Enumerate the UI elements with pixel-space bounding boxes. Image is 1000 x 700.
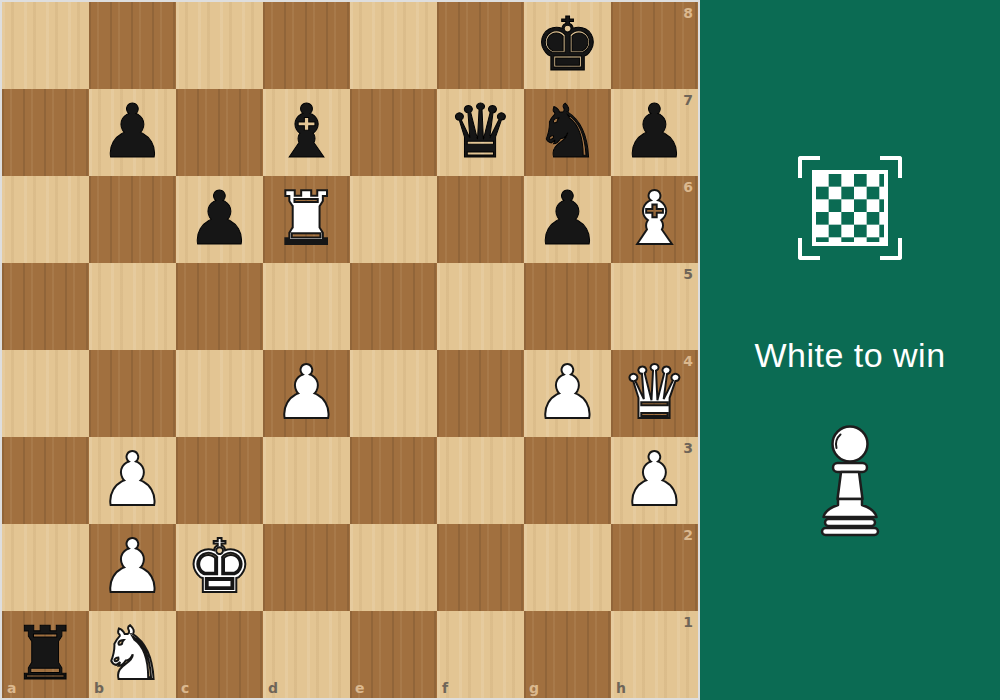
square-g4[interactable]: ♟ xyxy=(524,350,611,437)
piece-black-pawn-b7[interactable]: ♟ xyxy=(99,94,165,168)
piece-black-rook-a1[interactable]: ♜ xyxy=(12,616,78,690)
file-label-f: f xyxy=(442,681,448,695)
square-b2[interactable]: ♟ xyxy=(89,524,176,611)
piece-white-pawn-b3[interactable]: ♟ xyxy=(99,442,165,516)
square-b8[interactable] xyxy=(89,2,176,89)
square-h2[interactable]: 2 xyxy=(611,524,698,611)
piece-white-pawn-g4[interactable]: ♟ xyxy=(534,355,600,429)
square-f7[interactable]: ♛ xyxy=(437,89,524,176)
rank-label-2: 2 xyxy=(683,528,693,542)
square-g7[interactable]: ♞ xyxy=(524,89,611,176)
square-f1[interactable]: f xyxy=(437,611,524,698)
square-b5[interactable] xyxy=(89,263,176,350)
square-g8[interactable]: ♚ xyxy=(524,2,611,89)
piece-white-king-c2[interactable]: ♚ xyxy=(186,529,252,603)
square-g2[interactable] xyxy=(524,524,611,611)
square-f6[interactable] xyxy=(437,176,524,263)
square-h7[interactable]: 7♟ xyxy=(611,89,698,176)
white-pawn-icon xyxy=(816,419,884,541)
square-b6[interactable] xyxy=(89,176,176,263)
square-f4[interactable] xyxy=(437,350,524,437)
square-c6[interactable]: ♟ xyxy=(176,176,263,263)
piece-white-pawn-d4[interactable]: ♟ xyxy=(273,355,339,429)
square-a1[interactable]: a♜ xyxy=(2,611,89,698)
piece-white-rook-d6[interactable]: ♜ xyxy=(273,181,339,255)
square-d2[interactable] xyxy=(263,524,350,611)
rank-label-1: 1 xyxy=(683,615,693,629)
file-label-c: c xyxy=(181,681,189,695)
piece-black-knight-g7[interactable]: ♞ xyxy=(534,94,600,168)
square-a7[interactable] xyxy=(2,89,89,176)
square-e3[interactable] xyxy=(350,437,437,524)
piece-white-pawn-b2[interactable]: ♟ xyxy=(99,529,165,603)
rank-label-8: 8 xyxy=(683,6,693,20)
piece-black-bishop-d7[interactable]: ♝ xyxy=(273,94,339,168)
square-e5[interactable] xyxy=(350,263,437,350)
square-d7[interactable]: ♝ xyxy=(263,89,350,176)
square-e8[interactable] xyxy=(350,2,437,89)
piece-black-queen-f7[interactable]: ♛ xyxy=(447,94,513,168)
square-f2[interactable] xyxy=(437,524,524,611)
square-c1[interactable]: c xyxy=(176,611,263,698)
puzzle-caption: White to win xyxy=(754,336,945,375)
piece-black-king-g8[interactable]: ♚ xyxy=(534,7,600,81)
square-h1[interactable]: 1h xyxy=(611,611,698,698)
square-e2[interactable] xyxy=(350,524,437,611)
square-e1[interactable]: e xyxy=(350,611,437,698)
square-h5[interactable]: 5 xyxy=(611,263,698,350)
file-label-e: e xyxy=(355,681,365,695)
piece-white-knight-b1[interactable]: ♞ xyxy=(99,616,165,690)
square-c4[interactable] xyxy=(176,350,263,437)
square-e4[interactable] xyxy=(350,350,437,437)
square-f3[interactable] xyxy=(437,437,524,524)
scan-corner-icon xyxy=(798,156,820,178)
chess-board-container: ♚8♟♝♛♞7♟♟♜♟6♝5♟♟4♛♟3♟♟♚2a♜b♞cdefg1h xyxy=(0,0,700,700)
square-f5[interactable] xyxy=(437,263,524,350)
square-h8[interactable]: 8 xyxy=(611,2,698,89)
square-h3[interactable]: 3♟ xyxy=(611,437,698,524)
piece-white-pawn-h3[interactable]: ♟ xyxy=(621,442,687,516)
square-c3[interactable] xyxy=(176,437,263,524)
side-panel: White to win xyxy=(700,0,1000,700)
square-d8[interactable] xyxy=(263,2,350,89)
square-d1[interactable]: d xyxy=(263,611,350,698)
chess-board[interactable]: ♚8♟♝♛♞7♟♟♜♟6♝5♟♟4♛♟3♟♟♚2a♜b♞cdefg1h xyxy=(2,2,698,698)
square-b4[interactable] xyxy=(89,350,176,437)
square-b3[interactable]: ♟ xyxy=(89,437,176,524)
square-b7[interactable]: ♟ xyxy=(89,89,176,176)
square-f8[interactable] xyxy=(437,2,524,89)
square-g3[interactable] xyxy=(524,437,611,524)
square-g1[interactable]: g xyxy=(524,611,611,698)
file-label-d: d xyxy=(268,681,278,695)
rank-label-5: 5 xyxy=(683,267,693,281)
square-c8[interactable] xyxy=(176,2,263,89)
square-d4[interactable]: ♟ xyxy=(263,350,350,437)
board-scan-icon xyxy=(798,156,902,260)
square-a6[interactable] xyxy=(2,176,89,263)
scan-corner-icon xyxy=(880,238,902,260)
piece-black-pawn-g6[interactable]: ♟ xyxy=(534,181,600,255)
piece-white-bishop-h6[interactable]: ♝ xyxy=(621,181,687,255)
square-c2[interactable]: ♚ xyxy=(176,524,263,611)
square-d6[interactable]: ♜ xyxy=(263,176,350,263)
file-label-h: h xyxy=(616,681,626,695)
square-d3[interactable] xyxy=(263,437,350,524)
file-label-g: g xyxy=(529,681,539,695)
scan-corner-icon xyxy=(798,238,820,260)
square-b1[interactable]: b♞ xyxy=(89,611,176,698)
scan-corner-icon xyxy=(880,156,902,178)
square-a2[interactable] xyxy=(2,524,89,611)
piece-white-queen-h4[interactable]: ♛ xyxy=(621,355,687,429)
square-a8[interactable] xyxy=(2,2,89,89)
square-h6[interactable]: 6♝ xyxy=(611,176,698,263)
square-c7[interactable] xyxy=(176,89,263,176)
square-g5[interactable] xyxy=(524,263,611,350)
checkerboard-pattern-icon xyxy=(812,170,888,246)
square-e7[interactable] xyxy=(350,89,437,176)
square-d5[interactable] xyxy=(263,263,350,350)
piece-black-pawn-h7[interactable]: ♟ xyxy=(621,94,687,168)
square-c5[interactable] xyxy=(176,263,263,350)
chess-puzzle-screen: ♚8♟♝♛♞7♟♟♜♟6♝5♟♟4♛♟3♟♟♚2a♜b♞cdefg1h Whit… xyxy=(0,0,1000,700)
square-a3[interactable] xyxy=(2,437,89,524)
square-h4[interactable]: 4♛ xyxy=(611,350,698,437)
piece-black-pawn-c6[interactable]: ♟ xyxy=(186,181,252,255)
square-e6[interactable] xyxy=(350,176,437,263)
square-g6[interactable]: ♟ xyxy=(524,176,611,263)
square-a4[interactable] xyxy=(2,350,89,437)
square-a5[interactable] xyxy=(2,263,89,350)
